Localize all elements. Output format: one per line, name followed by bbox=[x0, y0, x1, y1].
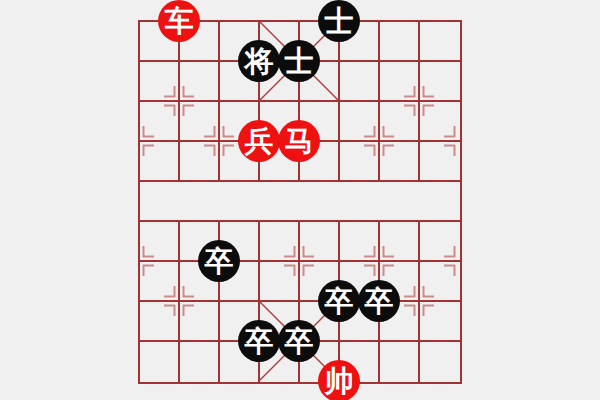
red-soldier[interactable]: 兵 bbox=[238, 120, 280, 162]
black-soldier[interactable]: 卒 bbox=[358, 280, 400, 322]
black-soldier[interactable]: 卒 bbox=[318, 280, 360, 322]
black-soldier[interactable]: 卒 bbox=[238, 320, 280, 362]
red-horse[interactable]: 马 bbox=[278, 120, 320, 162]
black-general[interactable]: 将 bbox=[238, 40, 280, 82]
black-advisor[interactable]: 士 bbox=[318, 0, 360, 42]
xiangqi-diagram: 车士将士兵马卒卒卒卒卒帅 bbox=[0, 0, 600, 400]
red-general[interactable]: 帅 bbox=[318, 360, 360, 400]
black-advisor[interactable]: 士 bbox=[278, 40, 320, 82]
black-soldier[interactable]: 卒 bbox=[198, 240, 240, 282]
black-soldier[interactable]: 卒 bbox=[278, 320, 320, 362]
red-chariot[interactable]: 车 bbox=[158, 0, 200, 42]
pieces-layer: 车士将士兵马卒卒卒卒卒帅 bbox=[0, 0, 600, 400]
